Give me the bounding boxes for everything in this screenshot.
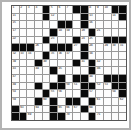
grid-cell[interactable]: 58 [112,90,119,97]
grid-cell[interactable] [27,98,34,105]
clue-number: 57 [89,90,92,93]
black-cell [20,44,27,51]
clue-number: 65 [58,106,61,109]
clue-number: 10 [104,6,107,9]
grid-cell[interactable]: 71 [96,113,103,120]
black-cell [119,83,126,90]
grid-cell[interactable] [119,21,126,28]
clue-number: 38 [89,52,92,55]
grid-cell[interactable] [119,113,126,120]
black-cell [12,113,19,120]
grid-cell[interactable]: 68 [89,106,96,113]
clue-number: 44 [35,67,38,70]
grid-cell[interactable] [20,21,27,28]
grid-cell[interactable]: 44 [35,67,42,74]
grid-cell[interactable]: 70 [66,113,73,120]
grid-cell[interactable] [58,98,65,105]
clue-number: 17 [13,29,16,32]
grid-cell[interactable] [27,14,34,21]
clue-number: 41 [81,60,84,63]
black-cell [89,67,96,74]
grid-cell[interactable]: 16 [89,21,96,28]
grid-cell[interactable]: 14 [112,14,119,21]
grid-cell[interactable]: 15 [12,21,19,28]
grid-cell[interactable] [43,106,50,113]
black-cell [73,98,80,105]
grid-cell[interactable] [27,106,34,113]
grid-cell[interactable] [104,14,111,21]
clue-number: 11 [13,14,16,17]
grid-cell[interactable] [43,83,50,90]
grid-cell[interactable] [58,14,65,21]
black-cell [89,113,96,120]
grid-cell[interactable]: 36 [58,52,65,59]
black-cell [89,83,96,90]
grid-cell[interactable]: 54 [12,90,19,97]
grid-cell[interactable]: 30 [112,44,119,51]
grid-cell[interactable]: 51 [73,83,80,90]
black-cell [119,37,126,44]
grid-cell[interactable] [27,29,34,36]
grid-cell[interactable]: 1 [12,6,19,13]
grid-cell[interactable] [81,98,88,105]
grid-cell[interactable]: 7 [66,6,73,13]
grid-cell[interactable] [35,21,42,28]
black-cell [50,106,57,113]
clue-number: 69 [28,113,31,116]
grid-cell[interactable] [112,21,119,28]
grid-cell[interactable]: 33 [20,52,27,59]
clue-number: 15 [13,21,16,24]
grid-cell[interactable]: 19 [66,29,73,36]
grid-cell[interactable]: 27 [73,44,80,51]
black-cell [112,83,119,90]
grid-cell[interactable] [66,75,73,82]
grid-cell[interactable]: 40 [43,60,50,67]
grid-cell[interactable] [104,90,111,97]
black-cell [73,6,80,13]
grid-cell[interactable] [20,67,27,74]
grid-cell[interactable] [43,67,50,74]
clue-number: 55 [51,90,54,93]
grid-cell[interactable]: 65 [58,106,65,113]
grid-cell[interactable] [20,90,27,97]
grid-cell[interactable]: 35 [50,52,57,59]
black-cell [73,37,80,44]
grid-cell[interactable] [104,113,111,120]
black-cell [81,21,88,28]
grid-cell[interactable] [112,113,119,120]
grid-cell[interactable] [112,52,119,59]
clue-number: 35 [51,52,54,55]
grid-cell[interactable] [73,14,80,21]
clue-number: 6 [58,6,60,9]
grid-cell[interactable]: 57 [89,90,96,97]
grid-cell[interactable]: 48 [89,75,96,82]
black-cell [112,75,119,82]
black-cell [43,52,50,59]
grid-cell[interactable] [27,90,34,97]
grid-cell[interactable]: 43 [12,67,19,74]
grid-cell[interactable] [73,90,80,97]
grid-cell[interactable] [66,67,73,74]
clue-number: 46 [97,67,100,70]
clue-number: 19 [66,29,69,32]
black-cell [73,75,80,82]
black-cell [81,44,88,51]
black-cell [81,14,88,21]
clue-number: 26 [35,44,38,47]
grid-cell[interactable] [96,44,103,51]
clue-number: 58 [112,90,115,93]
clue-number: 28 [89,44,92,47]
grid-cell[interactable]: 28 [89,44,96,51]
grid-cell[interactable]: 41 [81,60,88,67]
black-cell [104,75,111,82]
grid-cell[interactable]: 62 [119,98,126,105]
grid-cell[interactable] [35,75,42,82]
grid-cell[interactable]: 13 [89,14,96,21]
clue-number: 34 [28,52,31,55]
grid-cell[interactable] [35,37,42,44]
clue-number: 16 [89,21,92,24]
grid-cell[interactable]: 23 [50,37,57,44]
black-cell [89,29,96,36]
grid-cell[interactable] [35,29,42,36]
grid-cell[interactable]: 56 [58,90,65,97]
grid-cell[interactable]: 69 [27,113,34,120]
clue-number: 43 [13,67,16,70]
grid-cell[interactable]: 26 [35,44,42,51]
grid-cell[interactable] [43,113,50,120]
grid-cell[interactable]: 3 [27,6,34,13]
black-cell [81,83,88,90]
clue-number: 2 [20,6,22,9]
grid-cell[interactable] [50,21,57,28]
grid-cell[interactable] [112,98,119,105]
black-cell [81,106,88,113]
grid-cell[interactable] [43,44,50,51]
clue-number: 13 [89,14,92,17]
black-cell [43,14,50,21]
grid-cell[interactable] [27,21,34,28]
grid-cell[interactable] [58,60,65,67]
black-cell [50,83,57,90]
grid-cell[interactable] [104,106,111,113]
grid-cell[interactable]: 24 [81,37,88,44]
clue-number: 25 [89,37,92,40]
black-cell [81,75,88,82]
grid-cell[interactable]: 52 [96,83,103,90]
black-cell [50,67,57,74]
grid-cell[interactable] [66,90,73,97]
clue-number: 45 [58,67,61,70]
black-cell [43,90,50,97]
black-cell [50,98,57,105]
black-cell [35,60,42,67]
clue-number: 56 [58,90,61,93]
clue-number: 7 [66,6,68,9]
grid-cell[interactable]: 2 [20,6,27,13]
clue-number: 32 [13,52,16,55]
grid-cell[interactable] [96,37,103,44]
grid-cell[interactable] [20,37,27,44]
black-cell [119,6,126,13]
grid-cell[interactable] [73,21,80,28]
grid-cell[interactable] [43,75,50,82]
grid-cell[interactable]: 59 [12,98,19,105]
grid-cell[interactable] [20,75,27,82]
grid-cell[interactable]: 9 [96,6,103,13]
grid-cell[interactable]: 64 [35,106,42,113]
grid-cell[interactable] [119,106,126,113]
grid-cell[interactable]: 53 [104,83,111,90]
clue-number: 59 [13,98,16,101]
clue-number: 68 [89,106,92,109]
grid-cell[interactable]: 45 [58,67,65,74]
clue-number: 33 [20,52,23,55]
clue-number: 12 [51,14,54,17]
grid-cell[interactable]: 66 [66,106,73,113]
black-cell [27,44,34,51]
clue-number: 54 [13,90,16,93]
grid-cell[interactable]: 32 [12,52,19,59]
grid-cell[interactable] [112,67,119,74]
grid-cell[interactable] [96,52,103,59]
black-cell [119,75,126,82]
grid-cell[interactable] [20,83,27,90]
grid-cell[interactable] [73,52,80,59]
crossword-grid: 1234567891011121314151617181920212223242… [11,5,127,121]
clue-number: 60 [43,98,46,101]
grid-cell[interactable] [27,67,34,74]
black-cell [58,44,65,51]
grid-cell[interactable]: 38 [89,52,96,59]
grid-cell[interactable] [27,37,34,44]
grid-cell[interactable]: 34 [27,52,34,59]
clue-number: 52 [97,83,100,86]
grid-cell[interactable]: 61 [96,98,103,105]
black-cell [81,52,88,59]
clue-number: 53 [104,83,107,86]
grid-cell[interactable] [66,37,73,44]
clue-number: 42 [97,60,100,63]
grid-cell[interactable] [43,29,50,36]
clue-number: 61 [97,98,100,101]
grid-cell[interactable]: 4 [35,6,42,13]
black-cell [58,75,65,82]
clue-number: 30 [112,44,115,47]
clue-number: 8 [89,6,91,9]
black-cell [112,6,119,13]
black-cell [112,37,119,44]
clue-number: 14 [112,14,115,17]
black-cell [66,21,73,28]
grid-cell[interactable]: 18 [58,29,65,36]
grid-cell[interactable] [104,67,111,74]
clue-number: 71 [97,113,100,116]
clue-number: 49 [13,83,16,86]
grid-cell[interactable] [20,98,27,105]
clue-number: 24 [81,37,84,40]
grid-cell[interactable] [35,14,42,21]
black-cell [43,6,50,13]
black-cell [20,113,27,120]
grid-cell[interactable] [43,21,50,28]
grid-cell[interactable]: 17 [12,29,19,36]
grid-cell[interactable] [96,106,103,113]
clue-number: 23 [51,37,54,40]
grid-cell[interactable] [50,75,57,82]
grid-cell[interactable]: 12 [50,14,57,21]
black-cell [89,60,96,67]
grid-cell[interactable]: 10 [104,6,111,13]
puzzle-page: 1234567891011121314151617181920212223242… [0,0,131,130]
black-cell [50,113,57,120]
grid-cell[interactable]: 47 [12,75,19,82]
black-cell [50,29,57,36]
clue-number: 4 [35,6,37,9]
black-cell [73,60,80,67]
clue-number: 31 [120,44,123,47]
grid-cell[interactable]: 46 [96,67,103,74]
grid-cell[interactable] [27,83,34,90]
grid-cell[interactable]: 11 [12,14,19,21]
black-cell [119,90,126,97]
grid-cell[interactable]: 39 [12,60,19,67]
clue-number: 48 [89,75,92,78]
clue-number: 36 [58,52,61,55]
black-cell [35,98,42,105]
clue-number: 3 [28,6,30,9]
black-cell [104,37,111,44]
clue-number: 20 [81,29,84,32]
black-cell [12,106,19,113]
grid-cell[interactable] [119,29,126,36]
grid-cell[interactable] [35,90,42,97]
grid-cell[interactable] [112,60,119,67]
grid-cell[interactable] [104,21,111,28]
grid-cell[interactable]: 37 [66,52,73,59]
grid-cell[interactable]: 67 [73,106,80,113]
grid-cell[interactable]: 50 [66,83,73,90]
grid-cell[interactable] [119,52,126,59]
grid-cell[interactable]: 8 [89,6,96,13]
grid-cell[interactable] [73,29,80,36]
grid-cell[interactable]: 49 [12,83,19,90]
clue-number: 9 [97,6,99,9]
grid-cell[interactable]: 29 [104,44,111,51]
grid-cell[interactable] [96,21,103,28]
grid-cell[interactable] [35,113,42,120]
clue-number: 50 [66,83,69,86]
grid-cell[interactable]: 21 [96,29,103,36]
clue-number: 27 [74,44,77,47]
grid-cell[interactable] [112,106,119,113]
clue-number: 21 [97,29,100,32]
grid-cell[interactable]: 60 [43,98,50,105]
grid-cell[interactable] [81,67,88,74]
grid-cell[interactable] [66,14,73,21]
clue-number: 70 [66,113,69,116]
black-cell [119,14,126,21]
grid-cell[interactable]: 55 [50,90,57,97]
grid-cell[interactable] [96,75,103,82]
clue-number: 18 [58,29,61,32]
grid-cell[interactable] [96,90,103,97]
grid-cell[interactable] [96,14,103,21]
clue-number: 66 [66,106,69,109]
clue-number: 5 [51,6,53,9]
grid-cell[interactable]: 31 [119,44,126,51]
grid-cell[interactable] [50,60,57,67]
clue-number: 62 [120,98,123,101]
grid-cell[interactable] [104,52,111,59]
grid-cell[interactable] [104,29,111,36]
clue-number: 63 [20,106,23,109]
grid-cell[interactable] [73,67,80,74]
black-cell [66,44,73,51]
clue-number: 37 [66,52,69,55]
grid-cell[interactable]: 20 [81,29,88,36]
grid-cell[interactable]: 5 [50,6,57,13]
grid-cell[interactable] [35,52,42,59]
black-cell [81,90,88,97]
black-cell [58,113,65,120]
clue-number: 40 [43,60,46,63]
grid-cell[interactable] [81,113,88,120]
clue-number: 51 [74,83,77,86]
black-cell [43,37,50,44]
clue-number: 22 [13,37,16,40]
clue-number: 47 [13,75,16,78]
clue-number: 39 [13,60,16,63]
grid-cell[interactable] [73,113,80,120]
grid-cell[interactable] [104,60,111,67]
clue-number: 1 [13,6,15,9]
grid-cell[interactable]: 6 [58,6,65,13]
grid-cell[interactable]: 42 [96,60,103,67]
black-cell [50,44,57,51]
clue-number: 64 [35,106,38,109]
grid-cell[interactable] [20,60,27,67]
grid-cell[interactable] [66,60,73,67]
grid-cell[interactable]: 25 [89,37,96,44]
black-cell [12,44,19,51]
black-cell [58,21,65,28]
black-cell [66,98,73,105]
grid-cell[interactable] [112,29,119,36]
black-cell [81,6,88,13]
black-cell [89,98,96,105]
grid-cell[interactable] [119,60,126,67]
grid-cell[interactable]: 22 [12,37,19,44]
clue-number: 29 [104,44,107,47]
black-cell [58,83,65,90]
grid-cell[interactable] [119,67,126,74]
clue-number: 67 [74,106,77,109]
grid-cell[interactable]: 63 [20,106,27,113]
grid-cell[interactable] [20,29,27,36]
grid-cell[interactable] [104,98,111,105]
grid-cell[interactable] [27,60,34,67]
grid-cell[interactable] [27,75,34,82]
grid-cell[interactable] [58,37,65,44]
black-cell [35,83,42,90]
grid-cell[interactable] [20,14,27,21]
